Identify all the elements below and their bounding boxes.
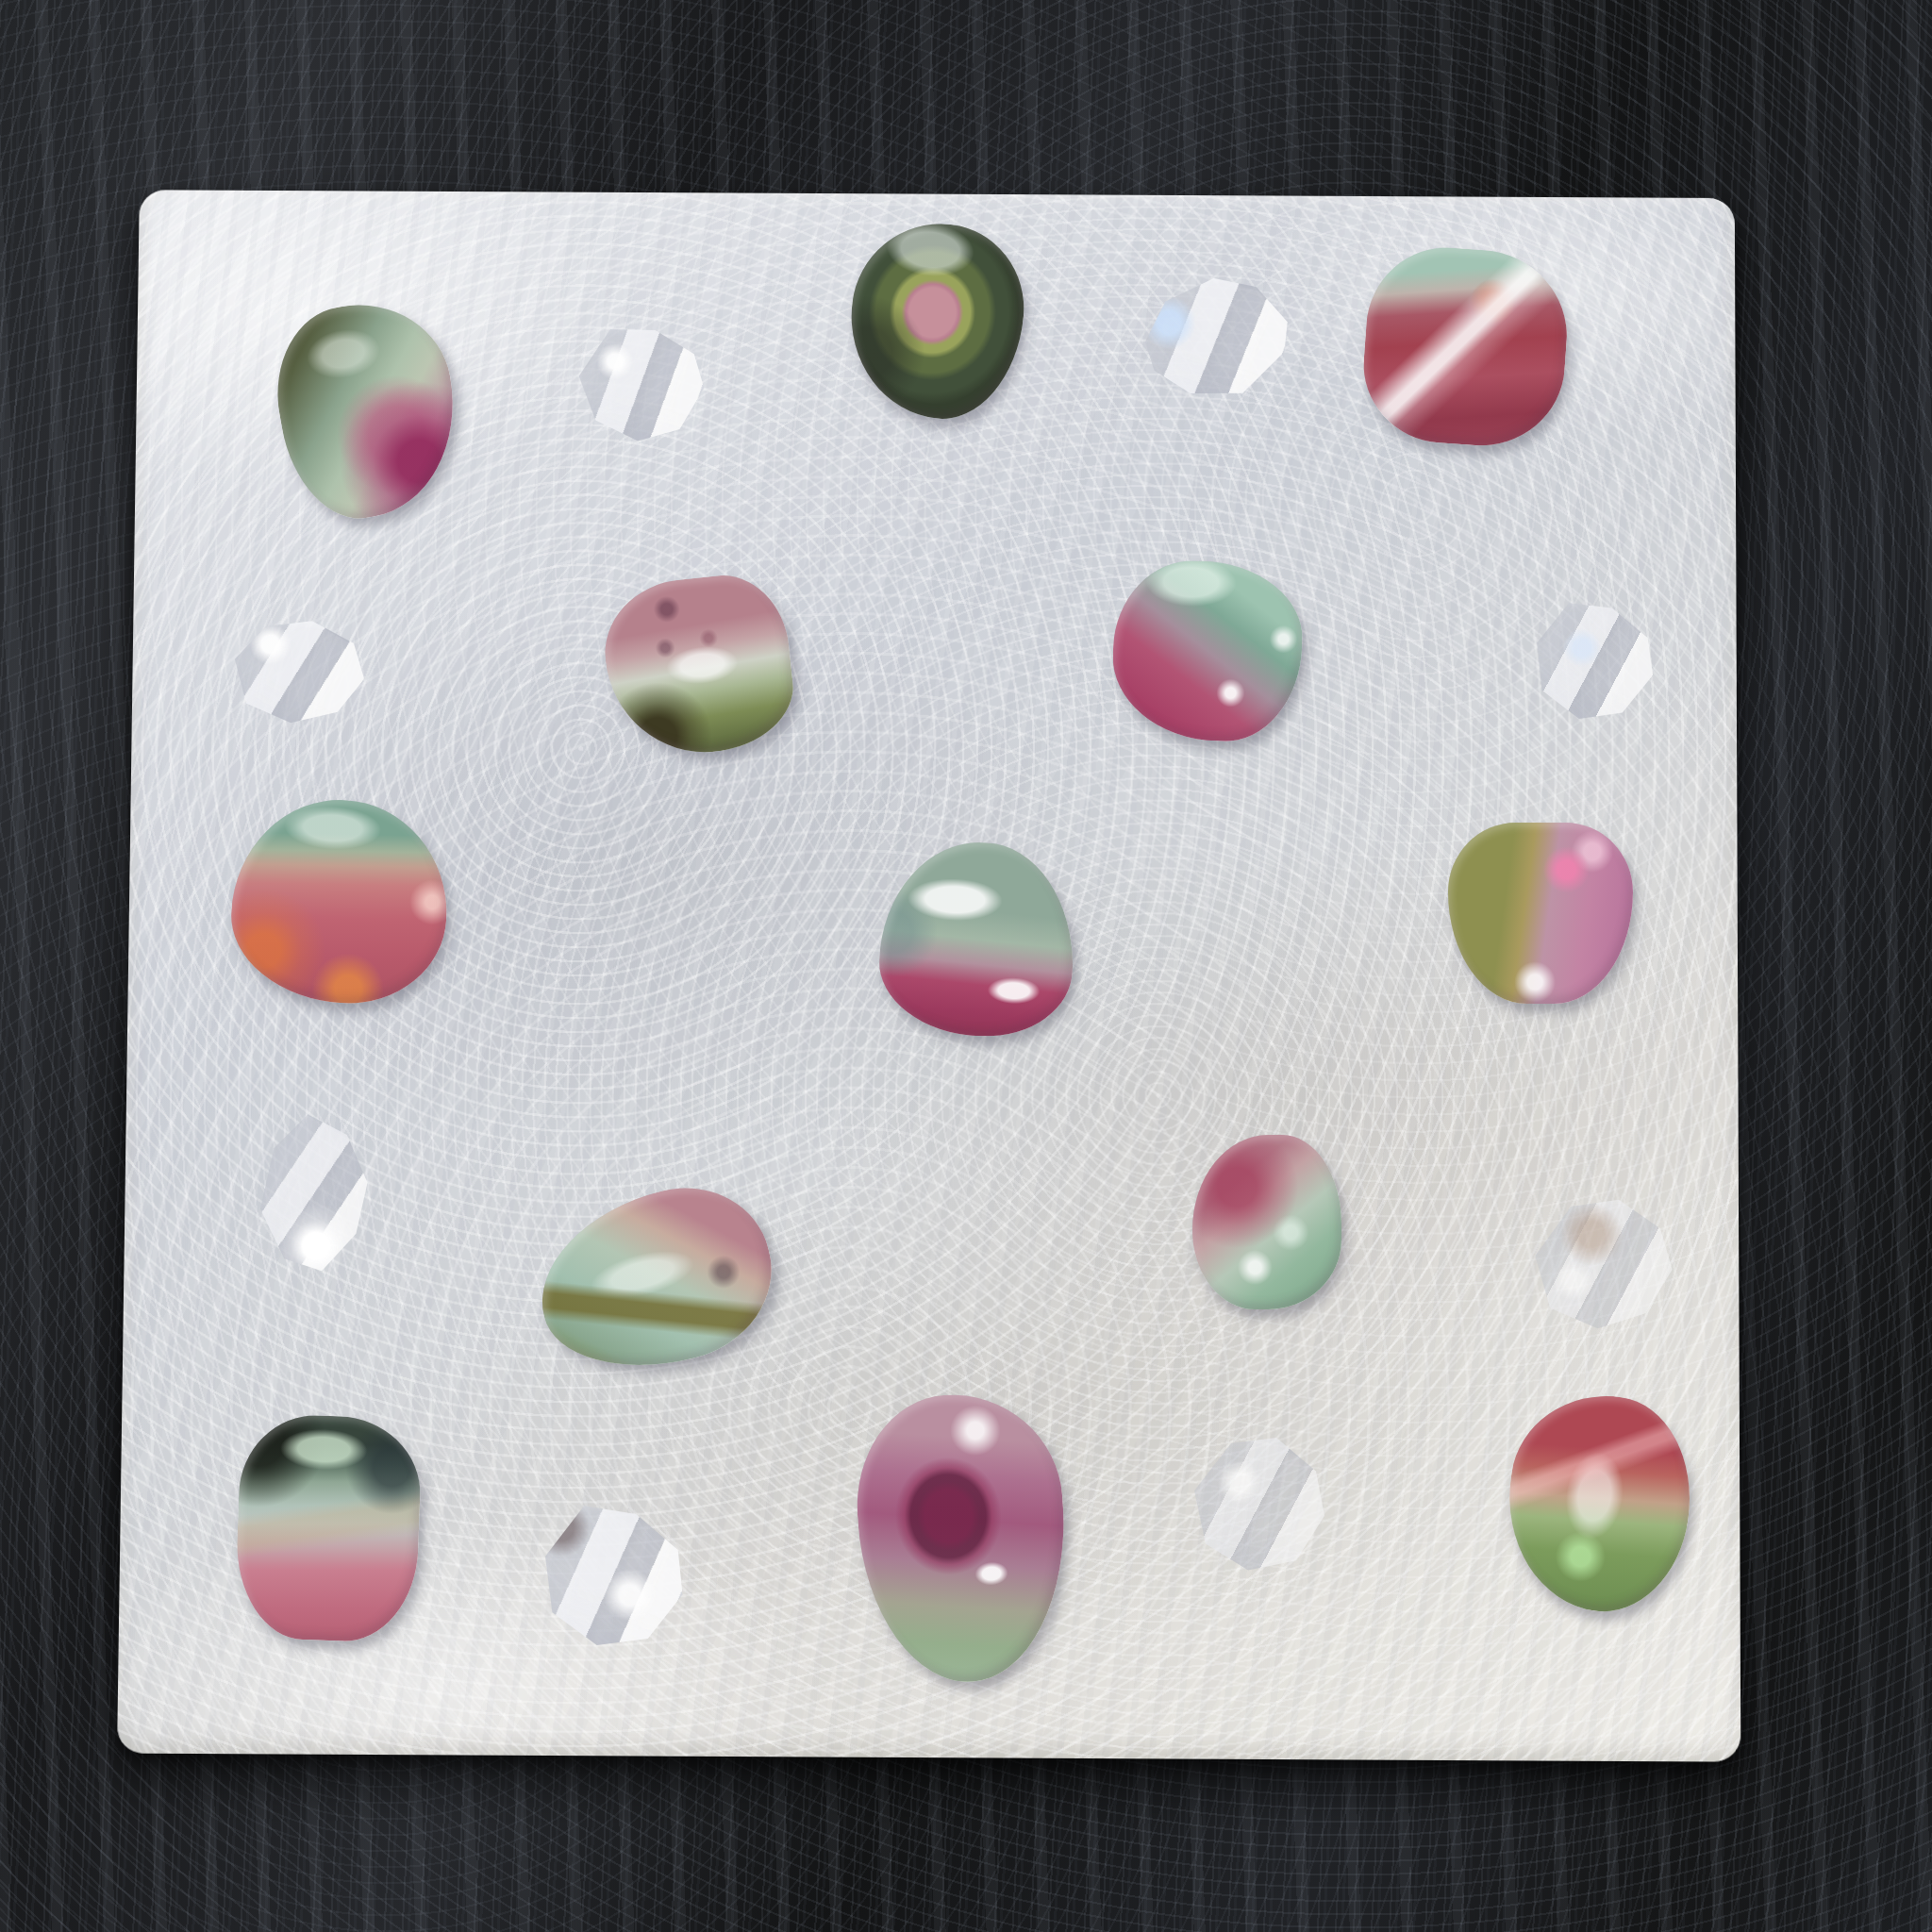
tourmaline-t1 bbox=[262, 290, 471, 529]
tourmaline-t12 bbox=[850, 1387, 1075, 1688]
quartz-q2 bbox=[1134, 266, 1299, 408]
tourmaline-t10 bbox=[1192, 1135, 1341, 1309]
quartz-q6 bbox=[1529, 1196, 1678, 1333]
quartz-q8 bbox=[1189, 1435, 1330, 1574]
tourmaline-t5 bbox=[1110, 558, 1306, 744]
tourmaline-t2 bbox=[841, 215, 1033, 426]
quartz-q7 bbox=[533, 1496, 694, 1656]
quartz-q5 bbox=[245, 1107, 382, 1280]
photo-canvas bbox=[0, 0, 1932, 1932]
tourmaline-t13 bbox=[1494, 1384, 1704, 1623]
stones-layer bbox=[0, 0, 1932, 1932]
tourmaline-t6 bbox=[227, 794, 453, 1008]
tourmaline-t3 bbox=[1358, 241, 1573, 450]
quartz-q3 bbox=[222, 612, 373, 730]
tourmaline-t9 bbox=[522, 1170, 790, 1391]
tourmaline-t4 bbox=[597, 569, 798, 761]
tourmaline-t7 bbox=[876, 839, 1076, 1039]
quartz-q1 bbox=[569, 313, 714, 451]
quartz-q4 bbox=[1531, 598, 1658, 723]
tourmaline-t11 bbox=[234, 1413, 423, 1644]
tourmaline-t8 bbox=[1448, 823, 1633, 1004]
